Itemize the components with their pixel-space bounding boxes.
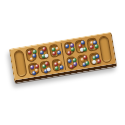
pit-top-1[interactable] [25, 48, 37, 62]
bead-green [82, 47, 87, 52]
bead-blue [32, 54, 37, 59]
bead-purple [72, 62, 77, 67]
bead-red [43, 47, 48, 52]
pit-grid-right [63, 37, 100, 69]
mancala-board [9, 32, 117, 84]
bead-blue [65, 44, 70, 49]
pit-bottom-1[interactable] [27, 62, 39, 76]
pit-bottom-2[interactable] [39, 60, 51, 74]
pit-top-5[interactable] [75, 39, 87, 53]
bead-blue [80, 41, 85, 46]
pit-top-4[interactable] [63, 41, 75, 55]
photo-scene [0, 0, 125, 125]
bead-red [52, 52, 57, 57]
bead-red [83, 55, 88, 60]
pit-bottom-5[interactable] [77, 54, 89, 68]
bead-white [47, 67, 52, 72]
pit-top-6[interactable] [86, 37, 98, 51]
pit-top-3[interactable] [48, 44, 60, 58]
pit-grid-left [25, 44, 62, 76]
pit-bottom-4[interactable] [65, 55, 77, 69]
bead-green [54, 66, 59, 71]
bead-purple [29, 65, 34, 70]
bead-red [45, 61, 50, 66]
pit-bottom-3[interactable] [51, 58, 63, 72]
bead-red [90, 45, 95, 50]
bead-amber [34, 68, 39, 73]
bead-red [27, 51, 32, 56]
pit-top-2[interactable] [37, 46, 49, 60]
bead-white [92, 59, 97, 64]
bead-blue [67, 59, 72, 64]
bead-blue [59, 65, 64, 70]
bead-green [85, 61, 90, 66]
pit-bottom-6[interactable] [89, 52, 101, 66]
bead-white [45, 53, 50, 58]
